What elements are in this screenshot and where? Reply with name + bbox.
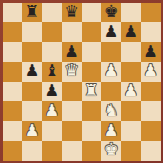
white-pawn[interactable]: ♟: [25, 122, 40, 139]
square-f7[interactable]: ♟: [101, 22, 121, 42]
square-b1[interactable]: [22, 141, 42, 161]
square-d8[interactable]: ♛: [62, 3, 82, 23]
square-h5[interactable]: ♟: [141, 62, 161, 82]
square-b7[interactable]: [22, 22, 42, 42]
white-rook[interactable]: ♜: [84, 83, 99, 100]
square-f4[interactable]: [101, 82, 121, 102]
square-c6[interactable]: [42, 42, 62, 62]
square-g8[interactable]: [121, 3, 141, 23]
black-pawn[interactable]: ♟: [64, 43, 79, 60]
square-d4[interactable]: [62, 82, 82, 102]
black-pawn[interactable]: ♟: [44, 83, 59, 100]
square-b3[interactable]: [22, 101, 42, 121]
square-d1[interactable]: [62, 141, 82, 161]
square-d6[interactable]: ♟: [62, 42, 82, 62]
white-pawn[interactable]: ♟: [44, 102, 59, 119]
square-e5[interactable]: [82, 62, 102, 82]
black-pawn[interactable]: ♟: [143, 43, 158, 60]
square-b4[interactable]: [22, 82, 42, 102]
black-king[interactable]: ♚: [104, 4, 119, 21]
square-c4[interactable]: ♟: [42, 82, 62, 102]
square-b8[interactable]: ♜: [22, 3, 42, 23]
square-a2[interactable]: [3, 121, 23, 141]
square-c3[interactable]: ♟: [42, 101, 62, 121]
square-f3[interactable]: ♞: [101, 101, 121, 121]
square-h6[interactable]: ♟: [141, 42, 161, 62]
black-pawn[interactable]: ♟: [123, 23, 138, 40]
square-f1[interactable]: ♚: [101, 141, 121, 161]
black-pawn[interactable]: ♟: [104, 23, 119, 40]
square-h7[interactable]: [141, 22, 161, 42]
square-b2[interactable]: ♟: [22, 121, 42, 141]
white-king[interactable]: ♚: [104, 142, 119, 159]
square-e8[interactable]: [82, 3, 102, 23]
square-e3[interactable]: [82, 101, 102, 121]
black-pawn[interactable]: ♟: [25, 63, 40, 80]
square-a8[interactable]: [3, 3, 23, 23]
square-a5[interactable]: [3, 62, 23, 82]
white-pawn[interactable]: ♟: [104, 63, 119, 80]
square-e1[interactable]: [82, 141, 102, 161]
square-a4[interactable]: [3, 82, 23, 102]
square-e4[interactable]: ♜: [82, 82, 102, 102]
square-h3[interactable]: [141, 101, 161, 121]
square-g4[interactable]: ♟: [121, 82, 141, 102]
square-g7[interactable]: ♟: [121, 22, 141, 42]
square-g6[interactable]: [121, 42, 141, 62]
square-g3[interactable]: [121, 101, 141, 121]
square-f2[interactable]: ♟: [101, 121, 121, 141]
square-d7[interactable]: [62, 22, 82, 42]
white-knight[interactable]: ♞: [104, 102, 119, 119]
square-h4[interactable]: [141, 82, 161, 102]
square-h8[interactable]: [141, 3, 161, 23]
square-h2[interactable]: [141, 121, 161, 141]
white-pawn[interactable]: ♟: [104, 122, 119, 139]
square-d3[interactable]: [62, 101, 82, 121]
square-c2[interactable]: [42, 121, 62, 141]
square-g2[interactable]: [121, 121, 141, 141]
black-rook[interactable]: ♜: [25, 4, 40, 21]
square-b5[interactable]: ♟: [22, 62, 42, 82]
square-b6[interactable]: [22, 42, 42, 62]
square-c1[interactable]: [42, 141, 62, 161]
square-g5[interactable]: [121, 62, 141, 82]
square-c7[interactable]: [42, 22, 62, 42]
square-f5[interactable]: ♟: [101, 62, 121, 82]
square-c8[interactable]: [42, 3, 62, 23]
black-queen[interactable]: ♛: [64, 4, 79, 21]
black-bishop[interactable]: ♝: [44, 63, 59, 80]
square-e7[interactable]: [82, 22, 102, 42]
square-h1[interactable]: [141, 141, 161, 161]
square-a3[interactable]: [3, 101, 23, 121]
square-f6[interactable]: [101, 42, 121, 62]
chess-board: ♜♛♚♟♟♟♟♟♝♛♟♟♟♜♟♟♞♟♟♚: [3, 3, 161, 161]
square-a7[interactable]: [3, 22, 23, 42]
board-frame: ♜♛♚♟♟♟♟♟♝♛♟♟♟♜♟♟♞♟♟♚: [0, 0, 163, 163]
square-d2[interactable]: [62, 121, 82, 141]
square-a1[interactable]: [3, 141, 23, 161]
white-pawn[interactable]: ♟: [123, 83, 138, 100]
square-g1[interactable]: [121, 141, 141, 161]
square-c5[interactable]: ♝: [42, 62, 62, 82]
square-d5[interactable]: ♛: [62, 62, 82, 82]
square-a6[interactable]: [3, 42, 23, 62]
square-e6[interactable]: [82, 42, 102, 62]
square-f8[interactable]: ♚: [101, 3, 121, 23]
white-pawn[interactable]: ♟: [143, 63, 158, 80]
white-queen[interactable]: ♛: [64, 63, 79, 80]
square-e2[interactable]: [82, 121, 102, 141]
